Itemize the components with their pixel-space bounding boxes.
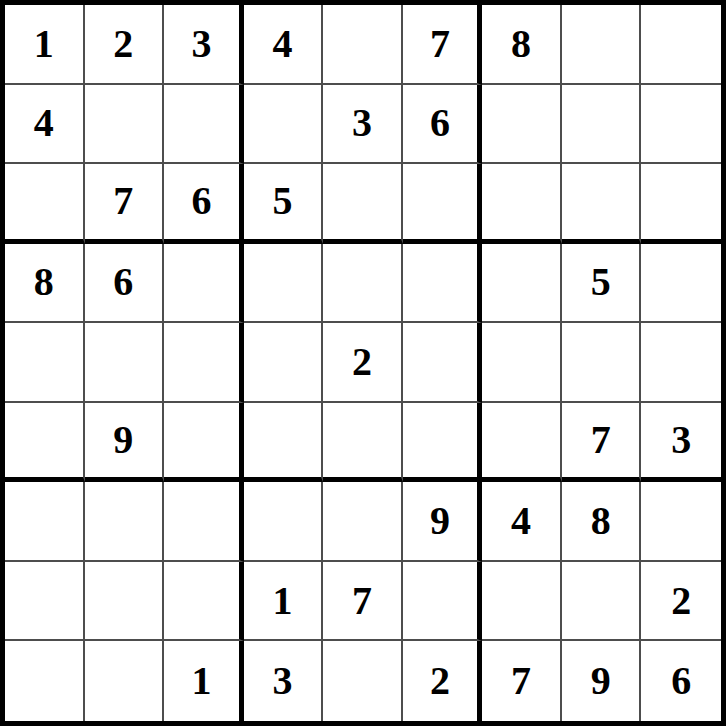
given-digit: 2 [671,581,691,621]
cell-r2c3[interactable] [164,85,244,165]
cell-r6c5[interactable] [323,403,403,483]
cell-r2c2[interactable] [85,85,165,165]
cell-r8c7[interactable] [482,562,562,642]
given-digit: 6 [430,103,450,143]
cell-r6c4[interactable] [244,403,324,483]
cell-r8c8[interactable] [562,562,642,642]
cell-r1c8[interactable] [562,5,642,85]
given-digit: 1 [191,661,211,701]
cell-r8c4[interactable]: 1 [244,562,324,642]
cell-r6c8[interactable]: 7 [562,403,642,483]
cell-r1c2[interactable]: 2 [85,5,165,85]
given-digit: 5 [272,181,292,221]
cell-r8c3[interactable] [164,562,244,642]
cell-r9c1[interactable] [5,641,85,721]
cell-r1c5[interactable] [323,5,403,85]
cell-r6c6[interactable] [403,403,483,483]
given-digit: 3 [671,420,691,460]
cell-r2c1[interactable]: 4 [5,85,85,165]
cell-r3c9[interactable] [641,164,721,244]
cell-r3c3[interactable]: 6 [164,164,244,244]
cell-r1c1[interactable]: 1 [5,5,85,85]
cell-r7c5[interactable] [323,482,403,562]
cell-r2c5[interactable]: 3 [323,85,403,165]
cell-r2c7[interactable] [482,85,562,165]
given-digit: 8 [34,262,54,302]
given-digit: 3 [352,103,372,143]
given-digit: 1 [272,581,292,621]
cell-r2c8[interactable] [562,85,642,165]
cell-r1c4[interactable]: 4 [244,5,324,85]
given-digit: 7 [430,24,450,64]
cell-r4c1[interactable]: 8 [5,244,85,324]
given-digit: 4 [511,501,531,541]
cell-r9c4[interactable]: 3 [244,641,324,721]
given-digit: 2 [113,24,133,64]
given-digit: 9 [430,501,450,541]
given-digit: 6 [191,181,211,221]
given-digit: 6 [113,262,133,302]
cell-r3c5[interactable] [323,164,403,244]
cell-r4c2[interactable]: 6 [85,244,165,324]
cell-r3c8[interactable] [562,164,642,244]
given-digit: 5 [591,262,611,302]
cell-r8c2[interactable] [85,562,165,642]
cell-r3c1[interactable] [5,164,85,244]
given-digit: 7 [352,581,372,621]
given-digit: 6 [671,661,691,701]
cell-r4c4[interactable] [244,244,324,324]
cell-r5c8[interactable] [562,323,642,403]
cell-r3c2[interactable]: 7 [85,164,165,244]
cell-r9c8[interactable]: 9 [562,641,642,721]
cell-r5c9[interactable] [641,323,721,403]
cell-r7c1[interactable] [5,482,85,562]
cell-r3c4[interactable]: 5 [244,164,324,244]
cell-r7c7[interactable]: 4 [482,482,562,562]
given-digit: 7 [591,420,611,460]
cell-r9c5[interactable] [323,641,403,721]
cell-r6c3[interactable] [164,403,244,483]
cell-r4c8[interactable]: 5 [562,244,642,324]
cell-r8c9[interactable]: 2 [641,562,721,642]
cell-r4c9[interactable] [641,244,721,324]
cell-r5c2[interactable] [85,323,165,403]
cell-r6c1[interactable] [5,403,85,483]
cell-r9c2[interactable] [85,641,165,721]
cell-r2c4[interactable] [244,85,324,165]
given-digit: 1 [34,24,54,64]
cell-r8c6[interactable] [403,562,483,642]
cell-r7c2[interactable] [85,482,165,562]
cell-r4c6[interactable] [403,244,483,324]
cell-r9c3[interactable]: 1 [164,641,244,721]
cell-r6c7[interactable] [482,403,562,483]
cell-r6c9[interactable]: 3 [641,403,721,483]
cell-r2c6[interactable]: 6 [403,85,483,165]
cell-r3c7[interactable] [482,164,562,244]
cell-r3c6[interactable] [403,164,483,244]
cell-r9c9[interactable]: 6 [641,641,721,721]
given-digit: 2 [430,661,450,701]
given-digit: 9 [591,661,611,701]
cell-r6c2[interactable]: 9 [85,403,165,483]
cell-r9c7[interactable]: 7 [482,641,562,721]
cell-r4c7[interactable] [482,244,562,324]
cell-r5c6[interactable] [403,323,483,403]
cell-r9c6[interactable]: 2 [403,641,483,721]
given-digit: 3 [191,24,211,64]
cell-r7c8[interactable]: 8 [562,482,642,562]
given-digit: 2 [352,342,372,382]
cell-r4c5[interactable] [323,244,403,324]
cell-r4c3[interactable] [164,244,244,324]
cell-r7c3[interactable] [164,482,244,562]
given-digit: 3 [272,661,292,701]
given-digit: 7 [511,661,531,701]
cell-r7c6[interactable]: 9 [403,482,483,562]
given-digit: 4 [34,103,54,143]
cell-r8c5[interactable]: 7 [323,562,403,642]
cell-r5c3[interactable] [164,323,244,403]
cell-r1c3[interactable]: 3 [164,5,244,85]
cell-r1c7[interactable]: 8 [482,5,562,85]
given-digit: 7 [113,181,133,221]
cell-r5c7[interactable] [482,323,562,403]
given-digit: 8 [591,501,611,541]
cell-r5c5[interactable]: 2 [323,323,403,403]
given-digit: 9 [113,420,133,460]
given-digit: 8 [511,24,531,64]
cell-r7c9[interactable] [641,482,721,562]
cell-r1c6[interactable]: 7 [403,5,483,85]
cell-r7c4[interactable] [244,482,324,562]
cell-r2c9[interactable] [641,85,721,165]
cell-r5c1[interactable] [5,323,85,403]
cell-r8c1[interactable] [5,562,85,642]
sudoku-board: 1234784367658652973948172132796 [0,0,726,726]
cell-r1c9[interactable] [641,5,721,85]
cell-r5c4[interactable] [244,323,324,403]
given-digit: 4 [272,24,292,64]
